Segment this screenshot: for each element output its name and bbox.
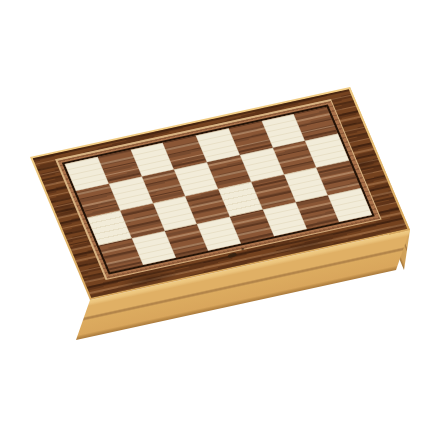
product-photo <box>0 0 448 448</box>
checkerboard <box>64 106 372 272</box>
